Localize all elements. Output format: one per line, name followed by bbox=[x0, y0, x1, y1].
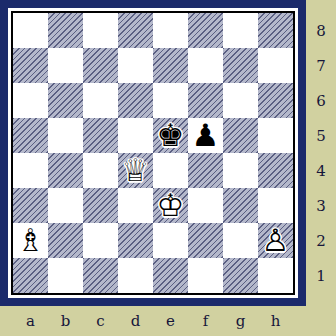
black-pawn-glyph: ♟ bbox=[188, 118, 223, 153]
piece-white-bishop[interactable]: ♝♗ bbox=[13, 223, 48, 258]
square-b7[interactable] bbox=[48, 48, 83, 83]
white-king-outline: ♔ bbox=[153, 188, 188, 223]
square-g1[interactable] bbox=[223, 258, 258, 293]
square-d4[interactable]: ♛♕ bbox=[118, 153, 153, 188]
square-e2[interactable] bbox=[153, 223, 188, 258]
square-f3[interactable] bbox=[188, 188, 223, 223]
file-label-e: e bbox=[166, 312, 175, 330]
chess-board-frame: ♚♟♛♕♚♔♝♗♟♙ bbox=[0, 0, 306, 306]
square-h3[interactable] bbox=[258, 188, 293, 223]
square-b5[interactable] bbox=[48, 118, 83, 153]
square-h5[interactable] bbox=[258, 118, 293, 153]
square-h4[interactable] bbox=[258, 153, 293, 188]
rank-label-8: 8 bbox=[316, 22, 326, 40]
square-d7[interactable] bbox=[118, 48, 153, 83]
square-h6[interactable] bbox=[258, 83, 293, 118]
square-d6[interactable] bbox=[118, 83, 153, 118]
rank-label-7: 7 bbox=[316, 57, 326, 75]
rank-label-6: 6 bbox=[316, 92, 326, 110]
square-f1[interactable] bbox=[188, 258, 223, 293]
square-g5[interactable] bbox=[223, 118, 258, 153]
square-e3[interactable]: ♚♔ bbox=[153, 188, 188, 223]
board-inner-border: ♚♟♛♕♚♔♝♗♟♙ bbox=[11, 11, 295, 295]
square-h1[interactable] bbox=[258, 258, 293, 293]
black-king-glyph: ♚ bbox=[153, 118, 188, 153]
square-f6[interactable] bbox=[188, 83, 223, 118]
square-a5[interactable] bbox=[13, 118, 48, 153]
chess-board: ♚♟♛♕♚♔♝♗♟♙ bbox=[13, 13, 293, 293]
rank-label-5: 5 bbox=[316, 127, 326, 145]
square-b1[interactable] bbox=[48, 258, 83, 293]
square-c5[interactable] bbox=[83, 118, 118, 153]
rank-label-2: 2 bbox=[316, 232, 326, 250]
square-f8[interactable] bbox=[188, 13, 223, 48]
square-g8[interactable] bbox=[223, 13, 258, 48]
piece-black-pawn[interactable]: ♟ bbox=[188, 118, 223, 153]
square-b4[interactable] bbox=[48, 153, 83, 188]
square-a8[interactable] bbox=[13, 13, 48, 48]
square-c7[interactable] bbox=[83, 48, 118, 83]
square-f2[interactable] bbox=[188, 223, 223, 258]
square-e4[interactable] bbox=[153, 153, 188, 188]
square-d5[interactable] bbox=[118, 118, 153, 153]
square-g4[interactable] bbox=[223, 153, 258, 188]
square-e5[interactable]: ♚ bbox=[153, 118, 188, 153]
white-bishop-outline: ♗ bbox=[13, 223, 48, 258]
piece-white-pawn[interactable]: ♟♙ bbox=[258, 223, 293, 258]
square-d1[interactable] bbox=[118, 258, 153, 293]
square-a7[interactable] bbox=[13, 48, 48, 83]
file-label-g: g bbox=[236, 312, 246, 330]
square-a1[interactable] bbox=[13, 258, 48, 293]
square-c3[interactable] bbox=[83, 188, 118, 223]
file-label-d: d bbox=[131, 312, 141, 330]
square-d2[interactable] bbox=[118, 223, 153, 258]
square-a2[interactable]: ♝♗ bbox=[13, 223, 48, 258]
square-g7[interactable] bbox=[223, 48, 258, 83]
square-a6[interactable] bbox=[13, 83, 48, 118]
file-label-f: f bbox=[203, 312, 209, 330]
rank-label-1: 1 bbox=[316, 267, 326, 285]
square-h7[interactable] bbox=[258, 48, 293, 83]
board-white-gap: ♚♟♛♕♚♔♝♗♟♙ bbox=[8, 8, 298, 298]
piece-white-king[interactable]: ♚♔ bbox=[153, 188, 188, 223]
square-d8[interactable] bbox=[118, 13, 153, 48]
square-b3[interactable] bbox=[48, 188, 83, 223]
rank-labels: 87654321 bbox=[306, 13, 336, 293]
square-e6[interactable] bbox=[153, 83, 188, 118]
square-c8[interactable] bbox=[83, 13, 118, 48]
file-label-h: h bbox=[271, 312, 281, 330]
square-e1[interactable] bbox=[153, 258, 188, 293]
square-f5[interactable]: ♟ bbox=[188, 118, 223, 153]
square-c6[interactable] bbox=[83, 83, 118, 118]
square-c4[interactable] bbox=[83, 153, 118, 188]
white-queen-outline: ♕ bbox=[118, 153, 153, 188]
square-g3[interactable] bbox=[223, 188, 258, 223]
square-h8[interactable] bbox=[258, 13, 293, 48]
square-g6[interactable] bbox=[223, 83, 258, 118]
square-a4[interactable] bbox=[13, 153, 48, 188]
square-b6[interactable] bbox=[48, 83, 83, 118]
file-label-a: a bbox=[26, 312, 35, 330]
square-g2[interactable] bbox=[223, 223, 258, 258]
piece-black-king[interactable]: ♚ bbox=[153, 118, 188, 153]
square-e8[interactable] bbox=[153, 13, 188, 48]
file-label-b: b bbox=[61, 312, 71, 330]
square-h2[interactable]: ♟♙ bbox=[258, 223, 293, 258]
piece-white-queen[interactable]: ♛♕ bbox=[118, 153, 153, 188]
square-c1[interactable] bbox=[83, 258, 118, 293]
rank-label-3: 3 bbox=[316, 197, 326, 215]
chess-diagram: ♚♟♛♕♚♔♝♗♟♙ 87654321 abcdefgh bbox=[0, 0, 336, 336]
white-pawn-outline: ♙ bbox=[258, 223, 293, 258]
square-c2[interactable] bbox=[83, 223, 118, 258]
file-label-c: c bbox=[96, 312, 104, 330]
square-b8[interactable] bbox=[48, 13, 83, 48]
rank-label-4: 4 bbox=[316, 162, 326, 180]
square-f4[interactable] bbox=[188, 153, 223, 188]
square-e7[interactable] bbox=[153, 48, 188, 83]
square-a3[interactable] bbox=[13, 188, 48, 223]
square-b2[interactable] bbox=[48, 223, 83, 258]
square-f7[interactable] bbox=[188, 48, 223, 83]
square-d3[interactable] bbox=[118, 188, 153, 223]
file-labels: abcdefgh bbox=[13, 306, 293, 336]
